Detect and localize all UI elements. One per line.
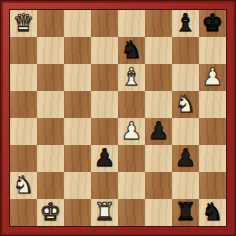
square-h8[interactable]: ♚ bbox=[199, 10, 226, 37]
square-g8[interactable]: ♝ bbox=[172, 10, 199, 37]
piece-black-king[interactable]: ♚ bbox=[199, 10, 226, 37]
square-b2[interactable] bbox=[37, 172, 64, 199]
square-a7[interactable] bbox=[10, 37, 37, 64]
square-h1[interactable]: ♞ bbox=[199, 199, 226, 226]
square-g5[interactable]: ♞ bbox=[172, 91, 199, 118]
square-f8[interactable] bbox=[145, 10, 172, 37]
piece-black-pawn[interactable]: ♟ bbox=[91, 145, 118, 172]
square-b7[interactable] bbox=[37, 37, 64, 64]
piece-white-pawn[interactable]: ♟ bbox=[118, 118, 145, 145]
square-d5[interactable] bbox=[91, 91, 118, 118]
piece-black-rook[interactable]: ♜ bbox=[172, 199, 199, 226]
piece-black-bishop[interactable]: ♝ bbox=[172, 10, 199, 37]
piece-white-pawn[interactable]: ♟ bbox=[199, 64, 226, 91]
chess-board: ♛♝♚♞♝♟♞♟♟♟♟♞♚♜♜♞ bbox=[10, 10, 226, 226]
square-c3[interactable] bbox=[64, 145, 91, 172]
square-c8[interactable] bbox=[64, 10, 91, 37]
square-c2[interactable] bbox=[64, 172, 91, 199]
square-d8[interactable] bbox=[91, 10, 118, 37]
square-c5[interactable] bbox=[64, 91, 91, 118]
square-c7[interactable] bbox=[64, 37, 91, 64]
square-e5[interactable] bbox=[118, 91, 145, 118]
piece-white-knight[interactable]: ♞ bbox=[172, 91, 199, 118]
piece-black-pawn[interactable]: ♟ bbox=[172, 145, 199, 172]
square-g7[interactable] bbox=[172, 37, 199, 64]
piece-black-pawn[interactable]: ♟ bbox=[145, 118, 172, 145]
square-e8[interactable] bbox=[118, 10, 145, 37]
piece-white-knight[interactable]: ♞ bbox=[10, 172, 37, 199]
piece-white-bishop[interactable]: ♝ bbox=[118, 64, 145, 91]
square-c6[interactable] bbox=[64, 64, 91, 91]
square-c4[interactable] bbox=[64, 118, 91, 145]
square-f1[interactable] bbox=[145, 199, 172, 226]
square-g3[interactable]: ♟ bbox=[172, 145, 199, 172]
square-h3[interactable] bbox=[199, 145, 226, 172]
square-b8[interactable] bbox=[37, 10, 64, 37]
square-f4[interactable]: ♟ bbox=[145, 118, 172, 145]
square-e6[interactable]: ♝ bbox=[118, 64, 145, 91]
square-d6[interactable] bbox=[91, 64, 118, 91]
piece-white-queen[interactable]: ♛ bbox=[10, 10, 37, 37]
square-f2[interactable] bbox=[145, 172, 172, 199]
square-e7[interactable]: ♞ bbox=[118, 37, 145, 64]
board-frame: ♛♝♚♞♝♟♞♟♟♟♟♞♚♜♜♞ bbox=[0, 0, 236, 236]
square-h5[interactable] bbox=[199, 91, 226, 118]
square-d4[interactable] bbox=[91, 118, 118, 145]
piece-white-rook[interactable]: ♜ bbox=[91, 199, 118, 226]
piece-black-knight[interactable]: ♞ bbox=[199, 199, 226, 226]
square-f7[interactable] bbox=[145, 37, 172, 64]
square-b6[interactable] bbox=[37, 64, 64, 91]
square-f3[interactable] bbox=[145, 145, 172, 172]
square-e1[interactable] bbox=[118, 199, 145, 226]
square-d2[interactable] bbox=[91, 172, 118, 199]
square-h2[interactable] bbox=[199, 172, 226, 199]
square-f5[interactable] bbox=[145, 91, 172, 118]
square-d7[interactable] bbox=[91, 37, 118, 64]
square-e2[interactable] bbox=[118, 172, 145, 199]
square-f6[interactable] bbox=[145, 64, 172, 91]
square-a8[interactable]: ♛ bbox=[10, 10, 37, 37]
square-g4[interactable] bbox=[172, 118, 199, 145]
square-b1[interactable]: ♚ bbox=[37, 199, 64, 226]
piece-white-king[interactable]: ♚ bbox=[37, 199, 64, 226]
square-h4[interactable] bbox=[199, 118, 226, 145]
square-a1[interactable] bbox=[10, 199, 37, 226]
square-c1[interactable] bbox=[64, 199, 91, 226]
square-e3[interactable] bbox=[118, 145, 145, 172]
square-b4[interactable] bbox=[37, 118, 64, 145]
square-g1[interactable]: ♜ bbox=[172, 199, 199, 226]
square-a5[interactable] bbox=[10, 91, 37, 118]
square-g6[interactable] bbox=[172, 64, 199, 91]
square-g2[interactable] bbox=[172, 172, 199, 199]
square-b5[interactable] bbox=[37, 91, 64, 118]
square-d1[interactable]: ♜ bbox=[91, 199, 118, 226]
square-h6[interactable]: ♟ bbox=[199, 64, 226, 91]
piece-black-knight[interactable]: ♞ bbox=[118, 37, 145, 64]
square-b3[interactable] bbox=[37, 145, 64, 172]
square-d3[interactable]: ♟ bbox=[91, 145, 118, 172]
square-a4[interactable] bbox=[10, 118, 37, 145]
square-a3[interactable] bbox=[10, 145, 37, 172]
square-a6[interactable] bbox=[10, 64, 37, 91]
square-a2[interactable]: ♞ bbox=[10, 172, 37, 199]
square-h7[interactable] bbox=[199, 37, 226, 64]
square-e4[interactable]: ♟ bbox=[118, 118, 145, 145]
